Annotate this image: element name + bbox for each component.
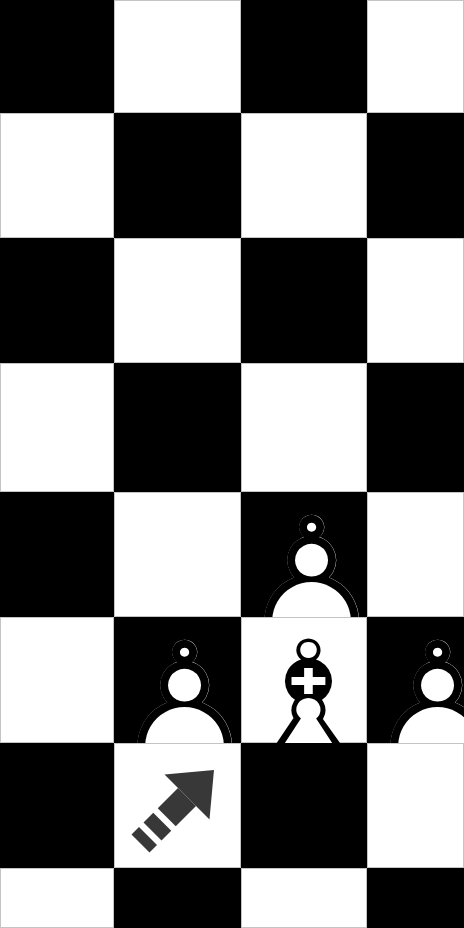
square-r3c0[interactable] — [0, 363, 114, 492]
move-direction-arrow-icon — [114, 743, 241, 868]
square-r4c3[interactable] — [367, 492, 464, 617]
square-r2c3[interactable] — [367, 238, 464, 363]
square-r6c2[interactable] — [241, 743, 367, 868]
square-r6c0[interactable] — [0, 743, 114, 868]
square-r4c2[interactable]: ♟♙ — [241, 492, 367, 617]
square-r7c0[interactable] — [0, 868, 114, 928]
square-r1c3[interactable] — [367, 113, 464, 238]
square-r5c2[interactable]: ♝♗ — [241, 617, 367, 743]
square-r0c1[interactable] — [114, 0, 241, 113]
square-r2c1[interactable] — [114, 238, 241, 363]
square-r2c0[interactable] — [0, 238, 114, 363]
square-r1c0[interactable] — [0, 113, 114, 238]
square-r3c3[interactable] — [367, 363, 464, 492]
white-bishop[interactable]: ♝♗ — [241, 621, 367, 747]
square-r5c3[interactable]: ♟♙ — [367, 617, 464, 743]
square-r6c3[interactable] — [367, 743, 464, 868]
square-r3c2[interactable] — [241, 363, 367, 492]
square-r7c2[interactable] — [241, 868, 367, 928]
square-r0c0[interactable] — [0, 0, 114, 113]
square-r7c3[interactable] — [367, 868, 464, 928]
square-r2c2[interactable] — [241, 238, 367, 363]
chessboard: ♟♙♟♙♝♗♟♙ — [0, 0, 464, 928]
square-r5c0[interactable] — [0, 617, 114, 743]
square-r0c2[interactable] — [241, 0, 367, 113]
white-pawn[interactable]: ♟♙ — [367, 621, 464, 747]
white-pawn[interactable]: ♟♙ — [114, 621, 241, 747]
square-r1c1[interactable] — [114, 113, 241, 238]
square-r3c1[interactable] — [114, 363, 241, 492]
square-r4c0[interactable] — [0, 492, 114, 617]
square-r4c1[interactable] — [114, 492, 241, 617]
square-r5c1[interactable]: ♟♙ — [114, 617, 241, 743]
square-r7c1[interactable] — [114, 868, 241, 928]
square-r6c1[interactable] — [114, 743, 241, 868]
square-r0c3[interactable] — [367, 0, 464, 113]
white-pawn[interactable]: ♟♙ — [241, 496, 367, 621]
square-r1c2[interactable] — [241, 113, 367, 238]
